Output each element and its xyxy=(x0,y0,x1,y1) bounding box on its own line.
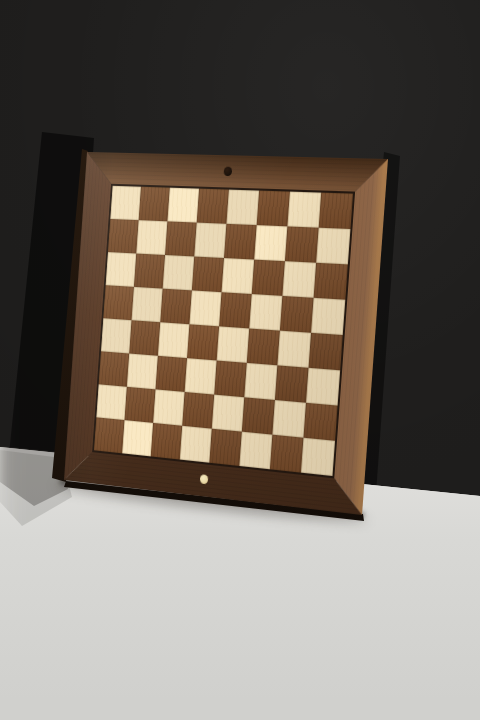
board-inner-border xyxy=(92,184,355,479)
photo-scene xyxy=(0,0,480,720)
chessboard xyxy=(64,152,388,515)
